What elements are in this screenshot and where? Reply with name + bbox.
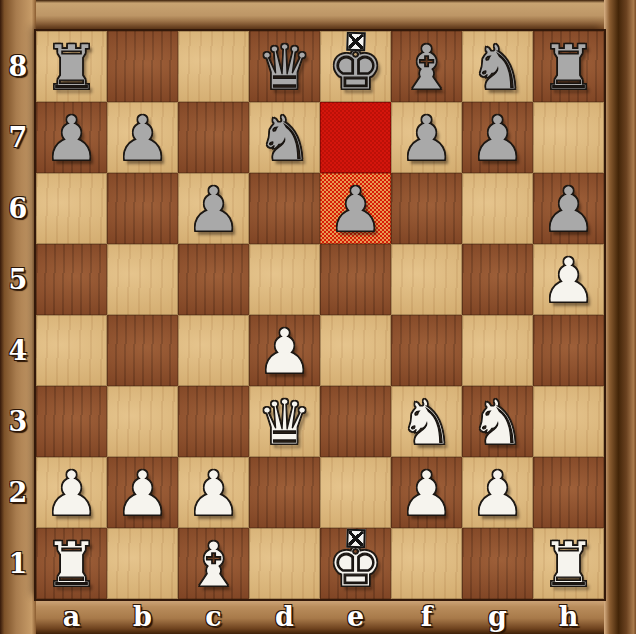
piece-white-pawn-d4[interactable]: ♟ <box>249 315 320 386</box>
square-g6[interactable] <box>462 173 533 244</box>
square-c2[interactable]: ♟ <box>178 457 249 528</box>
piece-black-knight-g8[interactable]: ♞ <box>462 31 533 102</box>
square-d2[interactable] <box>249 457 320 528</box>
piece-white-knight-g3[interactable]: ♞ <box>462 386 533 457</box>
square-f3[interactable]: ♞ <box>391 386 462 457</box>
rank-label-5: 5 <box>0 244 36 315</box>
file-labels: abcdefgh <box>36 599 604 634</box>
file-label-a: a <box>36 599 107 634</box>
file-label-h: h <box>533 599 604 634</box>
square-h3[interactable] <box>533 386 604 457</box>
square-a2[interactable]: ♟ <box>36 457 107 528</box>
piece-black-rook-a8[interactable]: ♜ <box>36 31 107 102</box>
square-d5[interactable] <box>249 244 320 315</box>
square-c5[interactable] <box>178 244 249 315</box>
file-label-d: d <box>249 599 320 634</box>
rank-label-1: 1 <box>0 528 36 599</box>
piece-black-pawn-b7[interactable]: ♟ <box>107 102 178 173</box>
square-f6[interactable] <box>391 173 462 244</box>
square-h4[interactable] <box>533 315 604 386</box>
square-d3[interactable]: ♛ <box>249 386 320 457</box>
square-c7[interactable] <box>178 102 249 173</box>
rank-label-6: 6 <box>0 173 36 244</box>
square-c4[interactable] <box>178 315 249 386</box>
square-b3[interactable] <box>107 386 178 457</box>
square-g7[interactable]: ♟ <box>462 102 533 173</box>
square-f1[interactable] <box>391 528 462 599</box>
square-g5[interactable] <box>462 244 533 315</box>
square-b5[interactable] <box>107 244 178 315</box>
square-h2[interactable] <box>533 457 604 528</box>
file-label-c: c <box>178 599 249 634</box>
square-b6[interactable] <box>107 173 178 244</box>
square-d7[interactable]: ♞ <box>249 102 320 173</box>
piece-white-pawn-h5[interactable]: ♟ <box>533 244 604 315</box>
square-g8[interactable]: ♞ <box>462 31 533 102</box>
square-c3[interactable] <box>178 386 249 457</box>
square-b7[interactable]: ♟ <box>107 102 178 173</box>
piece-black-pawn-e6[interactable]: ♟ <box>320 173 391 244</box>
chess-board[interactable]: ♜♛♚♝♞♜♟♟♞♟♟♟♟♟♟♟♛♞♞♟♟♟♟♟♜♝♚♜ <box>36 31 604 599</box>
piece-black-queen-d8[interactable]: ♛ <box>249 31 320 102</box>
square-d8[interactable]: ♛ <box>249 31 320 102</box>
square-b8[interactable] <box>107 31 178 102</box>
square-c6[interactable]: ♟ <box>178 173 249 244</box>
piece-white-pawn-a2[interactable]: ♟ <box>36 457 107 528</box>
square-h8[interactable]: ♜ <box>533 31 604 102</box>
square-c1[interactable]: ♝ <box>178 528 249 599</box>
square-a5[interactable] <box>36 244 107 315</box>
rank-label-2: 2 <box>0 457 36 528</box>
square-e3[interactable] <box>320 386 391 457</box>
piece-white-pawn-f2[interactable]: ♟ <box>391 457 462 528</box>
square-h1[interactable]: ♜ <box>533 528 604 599</box>
square-f7[interactable]: ♟ <box>391 102 462 173</box>
rank-label-3: 3 <box>0 386 36 457</box>
piece-black-pawn-g7[interactable]: ♟ <box>462 102 533 173</box>
rank-label-8: 8 <box>0 31 36 102</box>
file-label-f: f <box>391 599 462 634</box>
square-a8[interactable]: ♜ <box>36 31 107 102</box>
piece-white-pawn-g2[interactable]: ♟ <box>462 457 533 528</box>
frame-top <box>0 0 636 31</box>
square-h7[interactable] <box>533 102 604 173</box>
rank-labels: 87654321 <box>0 31 36 599</box>
file-label-e: e <box>320 599 391 634</box>
square-a3[interactable] <box>36 386 107 457</box>
square-h6[interactable]: ♟ <box>533 173 604 244</box>
square-e4[interactable] <box>320 315 391 386</box>
square-d6[interactable] <box>249 173 320 244</box>
piece-black-knight-d7[interactable]: ♞ <box>249 102 320 173</box>
king-x-marker-icon <box>346 529 366 549</box>
frame-right <box>604 0 636 634</box>
square-d4[interactable]: ♟ <box>249 315 320 386</box>
square-g4[interactable] <box>462 315 533 386</box>
square-g1[interactable] <box>462 528 533 599</box>
piece-white-bishop-c1[interactable]: ♝ <box>178 528 249 599</box>
square-a6[interactable] <box>36 173 107 244</box>
square-c8[interactable] <box>178 31 249 102</box>
piece-white-pawn-c2[interactable]: ♟ <box>178 457 249 528</box>
square-a1[interactable]: ♜ <box>36 528 107 599</box>
square-a7[interactable]: ♟ <box>36 102 107 173</box>
square-b2[interactable]: ♟ <box>107 457 178 528</box>
square-e6[interactable]: ♟ <box>320 173 391 244</box>
square-e7[interactable] <box>320 102 391 173</box>
square-d1[interactable] <box>249 528 320 599</box>
rank-label-7: 7 <box>0 102 36 173</box>
square-g2[interactable]: ♟ <box>462 457 533 528</box>
square-e8[interactable]: ♚ <box>320 31 391 102</box>
square-h5[interactable]: ♟ <box>533 244 604 315</box>
square-f8[interactable]: ♝ <box>391 31 462 102</box>
rank-label-4: 4 <box>0 315 36 386</box>
file-label-b: b <box>107 599 178 634</box>
square-g3[interactable]: ♞ <box>462 386 533 457</box>
square-e5[interactable] <box>320 244 391 315</box>
square-a4[interactable] <box>36 315 107 386</box>
piece-black-pawn-a7[interactable]: ♟ <box>36 102 107 173</box>
square-e1[interactable]: ♚ <box>320 528 391 599</box>
file-label-g: g <box>462 599 533 634</box>
piece-black-pawn-f7[interactable]: ♟ <box>391 102 462 173</box>
piece-black-rook-h8[interactable]: ♜ <box>533 31 604 102</box>
piece-black-bishop-f8[interactable]: ♝ <box>391 31 462 102</box>
chess-app-window: 87654321 ♜♛♚♝♞♜♟♟♞♟♟♟♟♟♟♟♛♞♞♟♟♟♟♟♜♝♚♜ ab… <box>0 0 636 634</box>
piece-white-rook-a1[interactable]: ♜ <box>36 528 107 599</box>
piece-white-pawn-b2[interactable]: ♟ <box>107 457 178 528</box>
square-b4[interactable] <box>107 315 178 386</box>
square-f4[interactable] <box>391 315 462 386</box>
square-b1[interactable] <box>107 528 178 599</box>
king-x-marker-icon <box>346 32 366 52</box>
piece-black-pawn-c6[interactable]: ♟ <box>178 173 249 244</box>
square-f2[interactable]: ♟ <box>391 457 462 528</box>
piece-white-queen-d3[interactable]: ♛ <box>249 386 320 457</box>
square-e2[interactable] <box>320 457 391 528</box>
piece-white-rook-h1[interactable]: ♜ <box>533 528 604 599</box>
square-f5[interactable] <box>391 244 462 315</box>
piece-white-knight-f3[interactable]: ♞ <box>391 386 462 457</box>
piece-black-pawn-h6[interactable]: ♟ <box>533 173 604 244</box>
